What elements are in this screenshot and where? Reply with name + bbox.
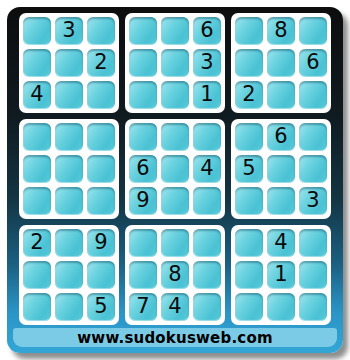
cell-r1c2[interactable]: 3 bbox=[55, 17, 83, 45]
box-r3c3: 41 bbox=[231, 225, 331, 325]
cell-r4c9[interactable] bbox=[299, 123, 327, 151]
cell-r2c1[interactable] bbox=[23, 49, 51, 77]
cell-r7c5[interactable] bbox=[161, 229, 189, 257]
given-digit: 7 bbox=[136, 296, 149, 317]
cell-r3c2[interactable] bbox=[55, 81, 83, 109]
cell-r9c4[interactable]: 7 bbox=[129, 293, 157, 321]
cell-r7c9[interactable] bbox=[299, 229, 327, 257]
cell-r1c5[interactable] bbox=[161, 17, 189, 45]
cell-r5c4[interactable]: 6 bbox=[129, 155, 157, 183]
cell-r2c5[interactable] bbox=[161, 49, 189, 77]
cell-r4c7[interactable] bbox=[235, 123, 263, 151]
cell-r6c6[interactable] bbox=[193, 187, 221, 215]
cell-r1c8[interactable]: 8 bbox=[267, 17, 295, 45]
cell-r9c6[interactable] bbox=[193, 293, 221, 321]
cell-r5c9[interactable] bbox=[299, 155, 327, 183]
given-digit: 9 bbox=[136, 190, 149, 211]
cell-r4c6[interactable] bbox=[193, 123, 221, 151]
box-r2c1 bbox=[19, 119, 119, 219]
box-r1c2: 631 bbox=[125, 13, 225, 113]
given-digit: 3 bbox=[200, 52, 213, 73]
cell-r5c1[interactable] bbox=[23, 155, 51, 183]
cell-r4c2[interactable] bbox=[55, 123, 83, 151]
site-url: www.sudokusweb.com bbox=[77, 329, 272, 347]
given-digit: 8 bbox=[168, 264, 181, 285]
cell-r6c5[interactable] bbox=[161, 187, 189, 215]
cell-r9c7[interactable] bbox=[235, 293, 263, 321]
cell-r2c2[interactable] bbox=[55, 49, 83, 77]
cell-r1c4[interactable] bbox=[129, 17, 157, 45]
cell-r2c8[interactable] bbox=[267, 49, 295, 77]
given-digit: 9 bbox=[94, 232, 107, 253]
cell-r4c8[interactable]: 6 bbox=[267, 123, 295, 151]
cell-r8c7[interactable] bbox=[235, 261, 263, 289]
cell-r6c2[interactable] bbox=[55, 187, 83, 215]
given-digit: 4 bbox=[30, 84, 43, 105]
given-digit: 6 bbox=[274, 126, 287, 147]
footer-bar: www.sudokusweb.com bbox=[13, 328, 337, 347]
cell-r4c3[interactable] bbox=[87, 123, 115, 151]
cell-r3c6[interactable]: 1 bbox=[193, 81, 221, 109]
box-r3c1: 295 bbox=[19, 225, 119, 325]
cell-r9c9[interactable] bbox=[299, 293, 327, 321]
given-digit: 2 bbox=[30, 232, 43, 253]
given-digit: 3 bbox=[62, 20, 75, 41]
cell-r9c8[interactable] bbox=[267, 293, 295, 321]
given-digit: 1 bbox=[274, 264, 287, 285]
cell-r8c6[interactable] bbox=[193, 261, 221, 289]
box-r1c3: 862 bbox=[231, 13, 331, 113]
cell-r6c9[interactable]: 3 bbox=[299, 187, 327, 215]
cell-r7c7[interactable] bbox=[235, 229, 263, 257]
cell-r8c1[interactable] bbox=[23, 261, 51, 289]
cell-r9c3[interactable]: 5 bbox=[87, 293, 115, 321]
cell-r5c6[interactable]: 4 bbox=[193, 155, 221, 183]
cell-r8c8[interactable]: 1 bbox=[267, 261, 295, 289]
given-digit: 5 bbox=[242, 158, 255, 179]
given-digit: 4 bbox=[274, 232, 287, 253]
box-r2c2: 649 bbox=[125, 119, 225, 219]
sudoku-board: 32463186264965329587441 www.sudokusweb.c… bbox=[7, 7, 343, 353]
given-digit: 3 bbox=[306, 190, 319, 211]
cell-r7c1[interactable]: 2 bbox=[23, 229, 51, 257]
cell-r2c6[interactable]: 3 bbox=[193, 49, 221, 77]
cell-r5c3[interactable] bbox=[87, 155, 115, 183]
cell-r3c1[interactable]: 4 bbox=[23, 81, 51, 109]
cell-r4c1[interactable] bbox=[23, 123, 51, 151]
cell-r6c4[interactable]: 9 bbox=[129, 187, 157, 215]
cell-r7c4[interactable] bbox=[129, 229, 157, 257]
cell-r7c3[interactable]: 9 bbox=[87, 229, 115, 257]
cell-r5c8[interactable] bbox=[267, 155, 295, 183]
given-digit: 2 bbox=[242, 84, 255, 105]
cell-r7c6[interactable] bbox=[193, 229, 221, 257]
cell-r6c3[interactable] bbox=[87, 187, 115, 215]
sudoku-grid: 32463186264965329587441 bbox=[13, 13, 337, 325]
cell-r1c1[interactable] bbox=[23, 17, 51, 45]
cell-r8c2[interactable] bbox=[55, 261, 83, 289]
cell-r3c9[interactable] bbox=[299, 81, 327, 109]
cell-r3c7[interactable]: 2 bbox=[235, 81, 263, 109]
given-digit: 4 bbox=[168, 296, 181, 317]
given-digit: 5 bbox=[94, 296, 107, 317]
given-digit: 8 bbox=[274, 20, 287, 41]
box-r2c3: 653 bbox=[231, 119, 331, 219]
cell-r2c3[interactable]: 2 bbox=[87, 49, 115, 77]
cell-r2c9[interactable]: 6 bbox=[299, 49, 327, 77]
given-digit: 4 bbox=[200, 158, 213, 179]
cell-r2c4[interactable] bbox=[129, 49, 157, 77]
cell-r9c2[interactable] bbox=[55, 293, 83, 321]
cell-r3c5[interactable] bbox=[161, 81, 189, 109]
cell-r3c8[interactable] bbox=[267, 81, 295, 109]
cell-r4c4[interactable] bbox=[129, 123, 157, 151]
cell-r2c7[interactable] bbox=[235, 49, 263, 77]
cell-r1c3[interactable] bbox=[87, 17, 115, 45]
given-digit: 1 bbox=[200, 84, 213, 105]
cell-r9c5[interactable]: 4 bbox=[161, 293, 189, 321]
cell-r8c3[interactable] bbox=[87, 261, 115, 289]
cell-r8c9[interactable] bbox=[299, 261, 327, 289]
cell-r1c9[interactable] bbox=[299, 17, 327, 45]
cell-r8c5[interactable]: 8 bbox=[161, 261, 189, 289]
cell-r5c7[interactable]: 5 bbox=[235, 155, 263, 183]
cell-r4c5[interactable] bbox=[161, 123, 189, 151]
cell-r5c2[interactable] bbox=[55, 155, 83, 183]
cell-r7c2[interactable] bbox=[55, 229, 83, 257]
cell-r3c3[interactable] bbox=[87, 81, 115, 109]
given-digit: 2 bbox=[94, 52, 107, 73]
given-digit: 6 bbox=[136, 158, 149, 179]
cell-r3c4[interactable] bbox=[129, 81, 157, 109]
box-r1c1: 324 bbox=[19, 13, 119, 113]
cell-r7c8[interactable]: 4 bbox=[267, 229, 295, 257]
cell-r1c7[interactable] bbox=[235, 17, 263, 45]
cell-r5c5[interactable] bbox=[161, 155, 189, 183]
cell-r1c6[interactable]: 6 bbox=[193, 17, 221, 45]
box-r3c2: 874 bbox=[125, 225, 225, 325]
cell-r8c4[interactable] bbox=[129, 261, 157, 289]
cell-r6c7[interactable] bbox=[235, 187, 263, 215]
given-digit: 6 bbox=[306, 52, 319, 73]
given-digit: 6 bbox=[200, 20, 213, 41]
cell-r6c1[interactable] bbox=[23, 187, 51, 215]
cell-r9c1[interactable] bbox=[23, 293, 51, 321]
cell-r6c8[interactable] bbox=[267, 187, 295, 215]
